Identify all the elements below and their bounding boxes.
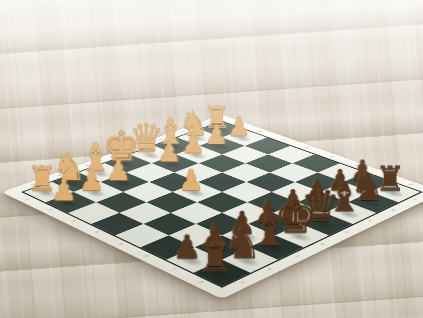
piece-white-pawn: ♟: [105, 157, 131, 184]
coord-label: 6: [143, 254, 151, 258]
coord-label: c: [368, 219, 375, 222]
piece-white-pawn: ♟: [78, 167, 104, 195]
square-d4: [198, 173, 247, 192]
piece-white-pawn: ♟: [178, 167, 204, 195]
piece-white-pawn: ♟: [204, 123, 228, 148]
piece-white-pawn: ♟: [50, 177, 77, 205]
piece-black-rook: ♜: [197, 239, 232, 276]
coord-label: 5: [117, 242, 125, 245]
piece-white-pawn: ♟: [156, 139, 181, 165]
coord-label: f: [294, 255, 300, 258]
chess-set-photo: 12345678 12345678 abcdefgh abcdefgh ♜♟♟♜…: [0, 0, 423, 318]
coord-label: h: [239, 280, 247, 284]
coord-label: 7: [169, 267, 177, 271]
coord-label: 8: [407, 183, 414, 186]
coord-label: d: [344, 230, 351, 233]
coord-label: e: [319, 242, 326, 245]
piece-white-pawn: ♟: [181, 131, 205, 157]
coord-label: 1: [25, 198, 32, 201]
piece-white-pawn: ♟: [227, 115, 251, 140]
coord-label: 2: [257, 130, 263, 132]
coord-label: b: [390, 208, 397, 211]
coord-label: 2: [46, 208, 53, 211]
coord-label: a: [412, 198, 419, 201]
coord-label: g: [267, 267, 275, 271]
coord-label: 8: [197, 280, 205, 284]
coord-label: 4: [93, 230, 101, 233]
coord-label: 3: [69, 219, 76, 222]
coord-label: 3: [280, 138, 286, 140]
coord-label: 4: [304, 147, 310, 149]
coord-label: 5: [328, 155, 334, 157]
